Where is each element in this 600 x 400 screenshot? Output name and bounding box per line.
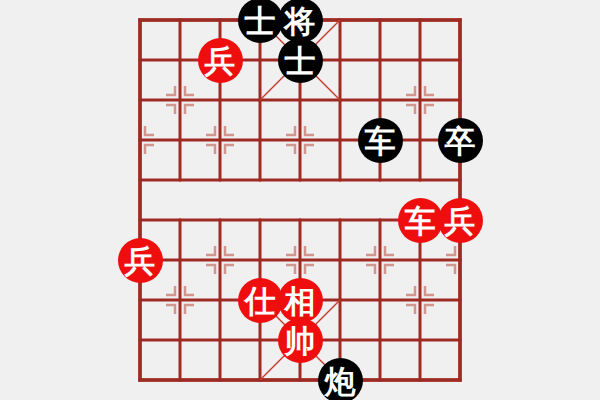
red-elephant-glyph: 相 (285, 286, 316, 317)
black-cannon[interactable]: 炮 (318, 358, 363, 400)
red-pawn[interactable]: 兵 (118, 238, 163, 283)
black-pawn-glyph: 卒 (445, 126, 476, 157)
black-pawn[interactable]: 卒 (438, 118, 483, 163)
red-advisor-glyph: 仕 (245, 286, 276, 317)
black-advisor[interactable]: 士 (278, 38, 323, 83)
black-chariot[interactable]: 车 (358, 118, 403, 163)
red-pawn-glyph: 兵 (125, 246, 156, 277)
red-elephant[interactable]: 相 (278, 278, 323, 323)
pieces-layer: 士将兵士车卒车兵兵仕相帅炮 (120, 0, 480, 400)
black-advisor-glyph: 士 (285, 46, 316, 77)
black-cannon-glyph: 炮 (325, 366, 356, 397)
red-pawn-glyph: 兵 (445, 206, 476, 237)
red-general[interactable]: 帅 (278, 318, 323, 363)
xiangqi-board[interactable]: 士将兵士车卒车兵兵仕相帅炮 (120, 0, 480, 400)
red-pawn[interactable]: 兵 (438, 198, 483, 243)
red-chariot-glyph: 车 (405, 206, 436, 237)
red-general-glyph: 帅 (285, 326, 316, 357)
red-pawn-glyph: 兵 (205, 46, 236, 77)
black-advisor[interactable]: 士 (238, 0, 283, 43)
red-advisor[interactable]: 仕 (238, 278, 283, 323)
red-pawn[interactable]: 兵 (198, 38, 243, 83)
black-advisor-glyph: 士 (245, 6, 276, 37)
black-chariot-glyph: 车 (365, 126, 396, 157)
black-general-glyph: 将 (285, 6, 316, 37)
red-chariot[interactable]: 车 (398, 198, 443, 243)
screenshot-stage: 士将兵士车卒车兵兵仕相帅炮 (0, 0, 600, 400)
black-general[interactable]: 将 (278, 0, 323, 43)
